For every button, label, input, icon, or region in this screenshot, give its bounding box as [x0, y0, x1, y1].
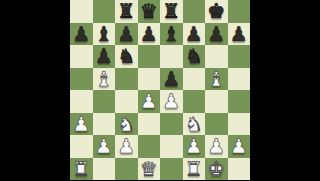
white-rook-icon[interactable]: ♜: [70, 158, 93, 181]
square-e7[interactable]: ♝: [160, 23, 183, 46]
square-g5[interactable]: ♝: [205, 68, 228, 91]
square-b5[interactable]: ♝: [93, 68, 116, 91]
square-h3[interactable]: [228, 113, 251, 136]
square-f4[interactable]: [183, 90, 206, 113]
square-e4[interactable]: ♟: [160, 90, 183, 113]
square-d5[interactable]: [138, 68, 161, 91]
black-pawn-icon[interactable]: ♟: [228, 23, 251, 46]
square-a2[interactable]: [70, 135, 93, 158]
white-bishop-icon[interactable]: ♝: [93, 68, 116, 91]
square-g1[interactable]: ♚: [205, 158, 228, 181]
white-pawn-icon[interactable]: ♟: [93, 135, 116, 158]
black-queen-icon[interactable]: ♛: [138, 0, 161, 23]
square-b2[interactable]: ♟: [93, 135, 116, 158]
white-pawn-icon[interactable]: ♟: [160, 90, 183, 113]
square-c8[interactable]: ♜: [115, 0, 138, 23]
black-king-icon[interactable]: ♚: [205, 0, 228, 23]
square-g4[interactable]: [205, 90, 228, 113]
square-h8[interactable]: [228, 0, 251, 23]
square-e5[interactable]: ♟: [160, 68, 183, 91]
black-rook-icon[interactable]: ♜: [160, 0, 183, 23]
square-h4[interactable]: [228, 90, 251, 113]
square-e8[interactable]: ♜: [160, 0, 183, 23]
square-c2[interactable]: ♟: [115, 135, 138, 158]
black-pawn-icon[interactable]: ♟: [160, 68, 183, 91]
black-pawn-icon[interactable]: ♟: [183, 23, 206, 46]
square-c3[interactable]: ♞: [115, 113, 138, 136]
square-f3[interactable]: ♞: [183, 113, 206, 136]
square-d8[interactable]: ♛: [138, 0, 161, 23]
white-pawn-icon[interactable]: ♟: [138, 90, 161, 113]
square-d3[interactable]: [138, 113, 161, 136]
square-g7[interactable]: ♟: [205, 23, 228, 46]
white-pawn-icon[interactable]: ♟: [228, 135, 251, 158]
square-f1[interactable]: ♜: [183, 158, 206, 181]
square-g8[interactable]: ♚: [205, 0, 228, 23]
white-knight-icon[interactable]: ♞: [183, 113, 206, 136]
square-d4[interactable]: ♟: [138, 90, 161, 113]
black-knight-icon[interactable]: ♞: [183, 45, 206, 68]
square-h5[interactable]: [228, 68, 251, 91]
white-rook-icon[interactable]: ♜: [183, 158, 206, 181]
square-b1[interactable]: [93, 158, 116, 181]
square-g6[interactable]: [205, 45, 228, 68]
square-g3[interactable]: [205, 113, 228, 136]
square-f6[interactable]: ♞: [183, 45, 206, 68]
square-e6[interactable]: [160, 45, 183, 68]
black-rook-icon[interactable]: ♜: [115, 0, 138, 23]
square-b7[interactable]: ♝: [93, 23, 116, 46]
white-pawn-icon[interactable]: ♟: [205, 135, 228, 158]
square-h1[interactable]: [228, 158, 251, 181]
square-f7[interactable]: ♟: [183, 23, 206, 46]
square-c1[interactable]: [115, 158, 138, 181]
square-a6[interactable]: [70, 45, 93, 68]
square-a5[interactable]: [70, 68, 93, 91]
square-e1[interactable]: [160, 158, 183, 181]
black-pawn-icon[interactable]: ♟: [93, 45, 116, 68]
square-g2[interactable]: ♟: [205, 135, 228, 158]
square-h6[interactable]: [228, 45, 251, 68]
square-d2[interactable]: [138, 135, 161, 158]
white-bishop-icon[interactable]: ♝: [205, 68, 228, 91]
black-pawn-icon[interactable]: ♟: [138, 23, 161, 46]
square-b8[interactable]: [93, 0, 116, 23]
square-f8[interactable]: [183, 0, 206, 23]
white-pawn-icon[interactable]: ♟: [183, 135, 206, 158]
square-c4[interactable]: [115, 90, 138, 113]
square-h2[interactable]: ♟: [228, 135, 251, 158]
white-king-icon[interactable]: ♚: [205, 158, 228, 181]
square-b4[interactable]: [93, 90, 116, 113]
square-f5[interactable]: [183, 68, 206, 91]
letterboxed-canvas: ♜♛♜♚♟♝♟♟♝♟♟♟♟♞♞♝♟♝♟♟♟♞♞♟♟♟♟♟♜♛♜♚: [0, 0, 320, 180]
black-pawn-icon[interactable]: ♟: [205, 23, 228, 46]
square-c5[interactable]: [115, 68, 138, 91]
square-f2[interactable]: ♟: [183, 135, 206, 158]
square-e3[interactable]: [160, 113, 183, 136]
white-pawn-icon[interactable]: ♟: [70, 113, 93, 136]
white-queen-icon[interactable]: ♛: [138, 158, 161, 181]
black-pawn-icon[interactable]: ♟: [70, 23, 93, 46]
square-b6[interactable]: ♟: [93, 45, 116, 68]
square-d6[interactable]: [138, 45, 161, 68]
square-c7[interactable]: ♟: [115, 23, 138, 46]
square-e2[interactable]: [160, 135, 183, 158]
square-d7[interactable]: ♟: [138, 23, 161, 46]
black-bishop-icon[interactable]: ♝: [160, 23, 183, 46]
black-bishop-icon[interactable]: ♝: [93, 23, 116, 46]
chess-board[interactable]: ♜♛♜♚♟♝♟♟♝♟♟♟♟♞♞♝♟♝♟♟♟♞♞♟♟♟♟♟♜♛♜♚: [70, 0, 250, 180]
square-h7[interactable]: ♟: [228, 23, 251, 46]
white-pawn-icon[interactable]: ♟: [115, 135, 138, 158]
square-a1[interactable]: ♜: [70, 158, 93, 181]
square-c6[interactable]: ♞: [115, 45, 138, 68]
square-d1[interactable]: ♛: [138, 158, 161, 181]
square-a4[interactable]: [70, 90, 93, 113]
black-pawn-icon[interactable]: ♟: [115, 23, 138, 46]
black-knight-icon[interactable]: ♞: [115, 45, 138, 68]
square-a8[interactable]: [70, 0, 93, 23]
square-a3[interactable]: ♟: [70, 113, 93, 136]
white-knight-icon[interactable]: ♞: [115, 113, 138, 136]
square-b3[interactable]: [93, 113, 116, 136]
square-a7[interactable]: ♟: [70, 23, 93, 46]
